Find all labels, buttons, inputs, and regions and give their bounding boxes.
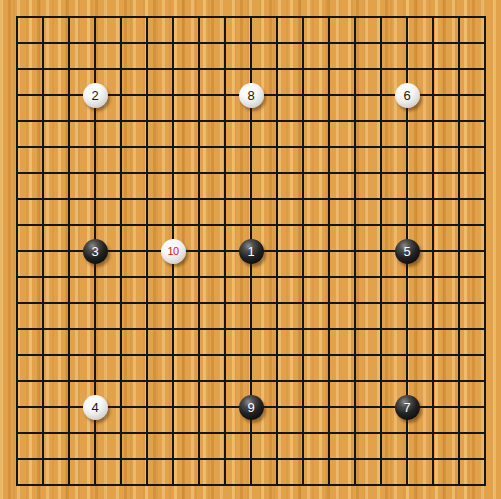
stone-black-5-Q10[interactable]: 5 [395,239,420,264]
move-number-label: 4 [91,401,98,414]
move-number-label: 1 [247,245,254,258]
stone-white-6-Q16[interactable]: 6 [395,83,420,108]
move-number-label: 10 [167,246,178,257]
stone-white-10-G10[interactable]: 10 [161,239,186,264]
stone-black-9-K4[interactable]: 9 [239,395,264,420]
stone-black-3-D10[interactable]: 3 [83,239,108,264]
move-number-label: 3 [91,245,98,258]
stone-black-1-K10[interactable]: 1 [239,239,264,264]
stone-white-2-D16[interactable]: 2 [83,83,108,108]
stone-white-4-D4[interactable]: 4 [83,395,108,420]
move-number-label: 6 [403,89,410,102]
stones-layer[interactable]: 12345678910 [4,4,498,498]
move-number-label: 8 [247,89,254,102]
stone-white-8-K16[interactable]: 8 [239,83,264,108]
go-board: 12345678910 [0,0,501,499]
move-number-label: 5 [403,245,410,258]
move-number-label: 9 [247,401,254,414]
move-number-label: 7 [403,401,410,414]
move-number-label: 2 [91,89,98,102]
stone-black-7-Q4[interactable]: 7 [395,395,420,420]
